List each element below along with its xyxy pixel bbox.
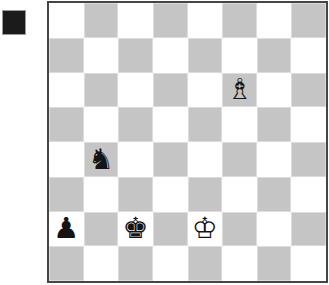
square-h8[interactable] [291,3,326,38]
square-c7[interactable] [118,38,153,73]
square-g6[interactable] [257,73,292,108]
square-c8[interactable] [118,3,153,38]
square-b8[interactable] [84,3,119,38]
square-b6[interactable] [84,73,119,108]
piece-white-bishop[interactable]: ♗ [226,75,252,104]
square-e5[interactable] [188,107,223,142]
square-b7[interactable] [84,38,119,73]
square-a8[interactable] [49,3,84,38]
square-g3[interactable] [257,177,292,212]
square-f4[interactable] [222,142,257,177]
square-e7[interactable] [188,38,223,73]
square-g7[interactable] [257,38,292,73]
square-h7[interactable] [291,38,326,73]
square-h4[interactable] [291,142,326,177]
square-e1[interactable] [188,246,223,281]
square-g5[interactable] [257,107,292,142]
square-h5[interactable] [291,107,326,142]
black-to-move-indicator [2,10,26,35]
square-g4[interactable] [257,142,292,177]
square-d5[interactable] [153,107,188,142]
square-e4[interactable] [188,142,223,177]
square-a3[interactable] [49,177,84,212]
square-h2[interactable] [291,212,326,247]
square-h1[interactable] [291,246,326,281]
square-h3[interactable] [291,177,326,212]
square-f6[interactable]: ♗ [222,73,257,108]
square-b1[interactable] [84,246,119,281]
square-c6[interactable] [118,73,153,108]
square-c5[interactable] [118,107,153,142]
square-d7[interactable] [153,38,188,73]
square-f3[interactable] [222,177,257,212]
square-a5[interactable] [49,107,84,142]
square-d4[interactable] [153,142,188,177]
square-e6[interactable] [188,73,223,108]
square-c4[interactable] [118,142,153,177]
square-d2[interactable] [153,212,188,247]
square-c1[interactable] [118,246,153,281]
square-a4[interactable] [49,142,84,177]
square-d6[interactable] [153,73,188,108]
square-d8[interactable] [153,3,188,38]
square-h6[interactable] [291,73,326,108]
piece-black-knight[interactable]: ♞ [88,145,114,174]
square-b2[interactable] [84,212,119,247]
square-g8[interactable] [257,3,292,38]
square-c3[interactable] [118,177,153,212]
square-b4[interactable]: ♞ [84,142,119,177]
square-a2[interactable]: ♟ [49,212,84,247]
chess-diagram: ♗♞♟♚♔ [0,0,329,285]
square-c2[interactable]: ♚ [118,212,153,247]
square-e3[interactable] [188,177,223,212]
square-e8[interactable] [188,3,223,38]
piece-black-king[interactable]: ♚ [123,214,149,243]
square-f8[interactable] [222,3,257,38]
square-a7[interactable] [49,38,84,73]
square-e2[interactable]: ♔ [188,212,223,247]
square-b3[interactable] [84,177,119,212]
square-f1[interactable] [222,246,257,281]
square-g2[interactable] [257,212,292,247]
square-g1[interactable] [257,246,292,281]
square-a6[interactable] [49,73,84,108]
square-a1[interactable] [49,246,84,281]
chess-board: ♗♞♟♚♔ [47,1,328,283]
square-f7[interactable] [222,38,257,73]
square-f5[interactable] [222,107,257,142]
piece-black-pawn[interactable]: ♟ [53,214,79,243]
square-d1[interactable] [153,246,188,281]
square-f2[interactable] [222,212,257,247]
square-d3[interactable] [153,177,188,212]
square-b5[interactable] [84,107,119,142]
piece-white-king[interactable]: ♔ [192,214,218,243]
